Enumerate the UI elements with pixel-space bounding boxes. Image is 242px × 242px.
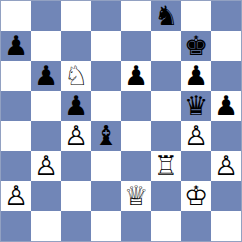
square-b4[interactable] <box>31 121 61 151</box>
square-b8[interactable] <box>31 1 61 31</box>
black-knight-f8: ♞ <box>151 1 181 31</box>
chess-board: ♞♟♚♟♞♘♟♟♟♛♟♟♙♝♟♙♟♙♜♖♟♙♟♙♛♕♚♔ <box>0 0 242 242</box>
square-a5[interactable] <box>1 91 31 121</box>
square-a8[interactable] <box>1 1 31 31</box>
black-pawn-b6: ♟ <box>31 61 61 91</box>
square-g7[interactable]: ♚ <box>181 31 211 61</box>
square-d2[interactable] <box>91 181 121 211</box>
square-c5[interactable]: ♟ <box>61 91 91 121</box>
square-g2[interactable]: ♚♔ <box>181 181 211 211</box>
square-a6[interactable] <box>1 61 31 91</box>
square-g1[interactable] <box>181 211 211 241</box>
black-pawn-e6: ♟ <box>121 61 151 91</box>
square-d7[interactable] <box>91 31 121 61</box>
square-c7[interactable] <box>61 31 91 61</box>
square-g3[interactable] <box>181 151 211 181</box>
square-g8[interactable] <box>181 1 211 31</box>
square-h4[interactable] <box>211 121 241 151</box>
square-f7[interactable] <box>151 31 181 61</box>
square-e2[interactable]: ♛♕ <box>121 181 151 211</box>
square-a4[interactable] <box>1 121 31 151</box>
square-c1[interactable] <box>61 211 91 241</box>
square-h2[interactable] <box>211 181 241 211</box>
square-f6[interactable] <box>151 61 181 91</box>
square-h1[interactable] <box>211 211 241 241</box>
white-pawn-b3: ♟♙ <box>31 151 61 181</box>
square-g4[interactable]: ♟♙ <box>181 121 211 151</box>
square-h6[interactable] <box>211 61 241 91</box>
square-g5[interactable]: ♛ <box>181 91 211 121</box>
square-d6[interactable] <box>91 61 121 91</box>
square-b7[interactable] <box>31 31 61 61</box>
black-pawn-g6: ♟ <box>181 61 211 91</box>
black-pawn-c5: ♟ <box>61 91 91 121</box>
black-bishop-d4: ♝ <box>91 121 121 151</box>
white-pawn-h3: ♟♙ <box>211 151 241 181</box>
square-b5[interactable] <box>31 91 61 121</box>
square-f3[interactable]: ♜♖ <box>151 151 181 181</box>
white-queen-e2: ♛♕ <box>121 181 151 211</box>
square-f5[interactable] <box>151 91 181 121</box>
square-a1[interactable] <box>1 211 31 241</box>
white-pawn-g4: ♟♙ <box>181 121 211 151</box>
square-c6[interactable]: ♞♘ <box>61 61 91 91</box>
square-a3[interactable] <box>1 151 31 181</box>
square-b1[interactable] <box>31 211 61 241</box>
square-h5[interactable]: ♟ <box>211 91 241 121</box>
square-d3[interactable] <box>91 151 121 181</box>
square-e1[interactable] <box>121 211 151 241</box>
square-b6[interactable]: ♟ <box>31 61 61 91</box>
square-c3[interactable] <box>61 151 91 181</box>
square-c2[interactable] <box>61 181 91 211</box>
white-pawn-a2: ♟♙ <box>1 181 31 211</box>
square-a2[interactable]: ♟♙ <box>1 181 31 211</box>
square-f4[interactable] <box>151 121 181 151</box>
square-f1[interactable] <box>151 211 181 241</box>
white-king-g2: ♚♔ <box>181 181 211 211</box>
black-pawn-a7: ♟ <box>1 31 31 61</box>
white-pawn-c4: ♟♙ <box>61 121 91 151</box>
square-c4[interactable]: ♟♙ <box>61 121 91 151</box>
square-d1[interactable] <box>91 211 121 241</box>
black-king-g7: ♚ <box>181 31 211 61</box>
square-f2[interactable] <box>151 181 181 211</box>
square-f8[interactable]: ♞ <box>151 1 181 31</box>
square-h3[interactable]: ♟♙ <box>211 151 241 181</box>
white-rook-f3: ♜♖ <box>151 151 181 181</box>
black-queen-g5: ♛ <box>181 91 211 121</box>
square-e8[interactable] <box>121 1 151 31</box>
square-d4[interactable]: ♝ <box>91 121 121 151</box>
square-b3[interactable]: ♟♙ <box>31 151 61 181</box>
square-e4[interactable] <box>121 121 151 151</box>
square-h7[interactable] <box>211 31 241 61</box>
square-e6[interactable]: ♟ <box>121 61 151 91</box>
square-e3[interactable] <box>121 151 151 181</box>
white-knight-c6: ♞♘ <box>61 61 91 91</box>
square-d8[interactable] <box>91 1 121 31</box>
square-e5[interactable] <box>121 91 151 121</box>
square-c8[interactable] <box>61 1 91 31</box>
square-h8[interactable] <box>211 1 241 31</box>
square-g6[interactable]: ♟ <box>181 61 211 91</box>
square-a7[interactable]: ♟ <box>1 31 31 61</box>
black-pawn-h5: ♟ <box>211 91 241 121</box>
square-e7[interactable] <box>121 31 151 61</box>
square-b2[interactable] <box>31 181 61 211</box>
square-d5[interactable] <box>91 91 121 121</box>
